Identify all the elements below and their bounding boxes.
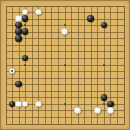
black-stone: [22, 28, 29, 35]
black-stone: [15, 35, 22, 42]
black-stone: [87, 15, 94, 22]
white-stone: [61, 28, 68, 35]
grid-line: [91, 6, 92, 125]
go-board[interactable]: [0, 0, 130, 130]
white-stone: [94, 107, 101, 114]
star-point: [24, 64, 26, 66]
grid-line: [6, 84, 125, 85]
black-stone: [101, 22, 108, 29]
go-app-window: [0, 0, 130, 130]
star-point: [64, 64, 66, 66]
white-stone: [74, 107, 81, 114]
black-stone: [22, 15, 29, 22]
white-stone: [35, 101, 42, 108]
grid-line: [117, 6, 118, 125]
star-point: [64, 24, 66, 26]
grid-line: [6, 117, 125, 118]
grid-line: [6, 91, 125, 92]
white-stone: [15, 15, 22, 22]
grid-line: [84, 6, 85, 125]
grid-line: [71, 6, 72, 125]
star-point: [103, 64, 105, 66]
black-stone: [22, 55, 29, 62]
grid-line: [6, 124, 125, 125]
white-stone: [107, 107, 114, 114]
grid-line: [6, 71, 125, 72]
star-point: [103, 103, 105, 105]
star-point: [64, 103, 66, 105]
grid-line: [124, 6, 125, 125]
grid-line: [6, 78, 125, 79]
black-stone: [101, 94, 108, 101]
white-stone: [15, 101, 22, 108]
white-stone: [22, 101, 29, 108]
white-stone: [22, 9, 29, 16]
white-stone: [35, 9, 42, 16]
black-stone: [15, 81, 22, 88]
